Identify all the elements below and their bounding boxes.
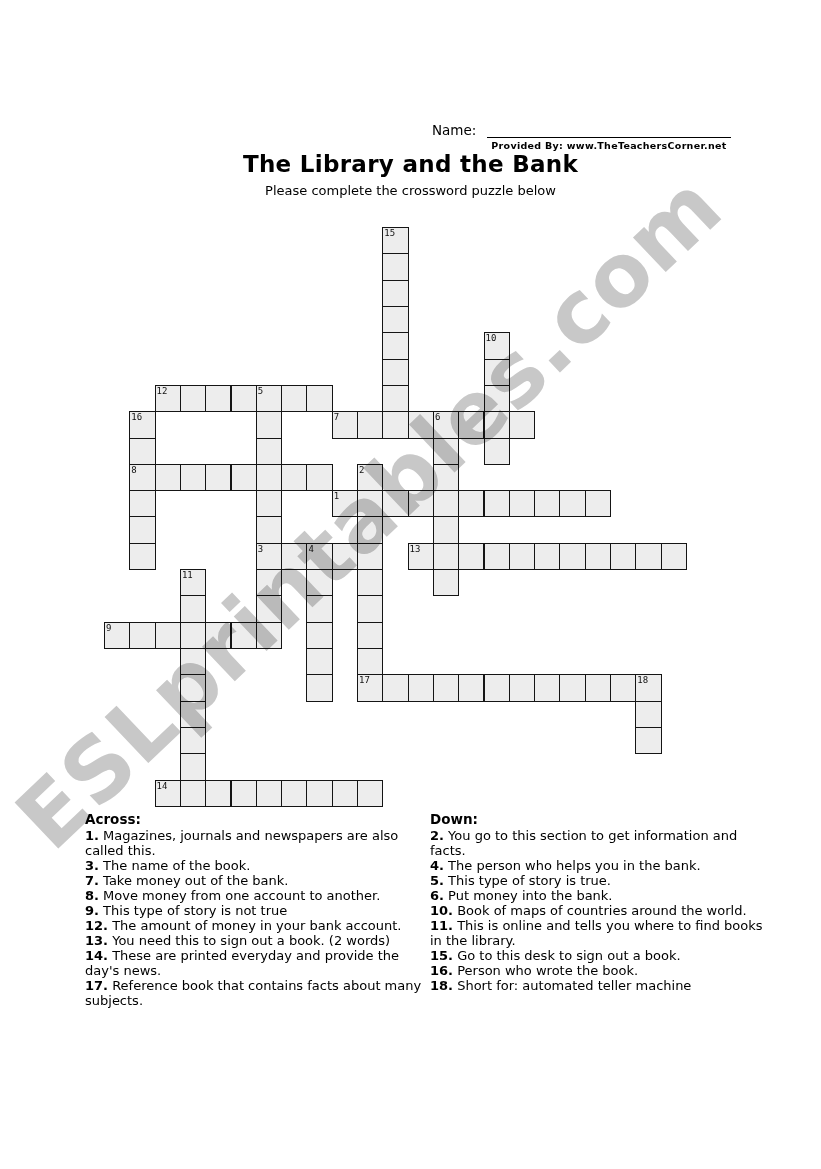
grid-cell[interactable]: [585, 543, 611, 570]
grid-cell[interactable]: [357, 648, 383, 675]
grid-cell[interactable]: [306, 648, 332, 675]
grid-cell[interactable]: [180, 595, 206, 622]
cell-number: 8: [131, 465, 136, 475]
grid-cell[interactable]: [484, 490, 510, 517]
grid-cell[interactable]: [509, 490, 535, 517]
grid-cell[interactable]: [382, 359, 408, 386]
cell-number: 6: [435, 412, 440, 422]
grid-cell[interactable]: [306, 622, 332, 649]
cell-number: 16: [131, 412, 142, 422]
grid-cell[interactable]: [509, 674, 535, 701]
grid-cell[interactable]: [256, 780, 282, 807]
grid-cell[interactable]: 11: [180, 569, 206, 596]
grid-cell[interactable]: 12: [155, 385, 181, 412]
grid-cell[interactable]: [635, 701, 661, 728]
down-clue-list: 2. You go to this section to get informa…: [430, 828, 768, 993]
grid-cell[interactable]: 4: [306, 543, 332, 570]
grid-cell[interactable]: [484, 359, 510, 386]
cell-number: 17: [359, 675, 370, 685]
cell-number: 10: [486, 333, 497, 343]
grid-cell[interactable]: [534, 674, 560, 701]
grid-cell[interactable]: [484, 543, 510, 570]
grid-cell[interactable]: [129, 490, 155, 517]
grid-cell[interactable]: [180, 648, 206, 675]
grid-cell[interactable]: [281, 385, 307, 412]
page-subtitle: Please complete the crossword puzzle bel…: [0, 183, 821, 198]
grid-cell[interactable]: [534, 543, 560, 570]
grid-cell[interactable]: [205, 464, 231, 491]
grid-cell[interactable]: [408, 490, 434, 517]
grid-cell[interactable]: [433, 516, 459, 543]
down-clue: 11. This is online and tells you where t…: [430, 918, 768, 948]
across-clue: 1. Magazines, journals and newspapers ar…: [85, 828, 437, 858]
across-clue-list: 1. Magazines, journals and newspapers ar…: [85, 828, 437, 1008]
cell-number: 5: [258, 386, 263, 396]
grid-cell[interactable]: [256, 490, 282, 517]
across-clue: 12. The amount of money in your bank acc…: [85, 918, 437, 933]
provided-by: Provided By: www.TheTeachersCorner.net: [487, 140, 731, 151]
cell-number: 12: [157, 386, 168, 396]
down-clue: 4. The person who helps you in the bank.: [430, 858, 768, 873]
grid-cell[interactable]: [635, 543, 661, 570]
grid-cell[interactable]: [382, 385, 408, 412]
grid-cell[interactable]: 7: [332, 411, 358, 438]
across-clue: 3. The name of the book.: [85, 858, 437, 873]
grid-cell[interactable]: [205, 780, 231, 807]
grid-cell[interactable]: [382, 332, 408, 359]
cell-number: 9: [106, 623, 111, 633]
grid-cell[interactable]: [231, 780, 257, 807]
grid-cell[interactable]: [129, 543, 155, 570]
grid-cell[interactable]: [155, 464, 181, 491]
grid-cell[interactable]: 16: [129, 411, 155, 438]
grid-cell[interactable]: [484, 438, 510, 465]
grid-cell[interactable]: [332, 780, 358, 807]
grid-cell[interactable]: [382, 306, 408, 333]
cell-number: 14: [157, 781, 168, 791]
grid-cell[interactable]: [180, 622, 206, 649]
grid-cell[interactable]: [559, 674, 585, 701]
grid-cell[interactable]: 6: [433, 411, 459, 438]
grid-cell[interactable]: [408, 674, 434, 701]
grid-cell[interactable]: [281, 543, 307, 570]
grid-cell[interactable]: [585, 490, 611, 517]
grid-cell[interactable]: [332, 543, 358, 570]
grid-cell[interactable]: [433, 543, 459, 570]
cell-number: 13: [410, 544, 421, 554]
grid-cell[interactable]: 17: [357, 674, 383, 701]
grid-cell[interactable]: [559, 543, 585, 570]
grid-cell[interactable]: [180, 701, 206, 728]
across-clue: 8. Move money from one account to anothe…: [85, 888, 437, 903]
grid-cell[interactable]: [357, 780, 383, 807]
grid-cell[interactable]: [256, 464, 282, 491]
grid-cell[interactable]: [205, 622, 231, 649]
grid-cell[interactable]: [408, 411, 434, 438]
grid-cell[interactable]: [458, 674, 484, 701]
grid-cell[interactable]: [281, 780, 307, 807]
grid-cell[interactable]: 1: [332, 490, 358, 517]
grid-cell[interactable]: [534, 490, 560, 517]
grid-cell[interactable]: 10: [484, 332, 510, 359]
grid-cell[interactable]: [306, 780, 332, 807]
grid-cell[interactable]: [256, 622, 282, 649]
grid-cell[interactable]: [306, 569, 332, 596]
grid-cell[interactable]: [433, 674, 459, 701]
grid-cell[interactable]: [129, 438, 155, 465]
grid-cell[interactable]: [585, 674, 611, 701]
grid-cell[interactable]: [610, 674, 636, 701]
grid-cell[interactable]: [180, 674, 206, 701]
cell-number: 11: [182, 570, 193, 580]
grid-cell[interactable]: [129, 516, 155, 543]
grid-cell[interactable]: [509, 543, 535, 570]
down-heading: Down:: [430, 812, 768, 827]
across-clue: 7. Take money out of the bank.: [85, 873, 437, 888]
grid-cell[interactable]: [382, 490, 408, 517]
cell-number: 18: [637, 675, 648, 685]
grid-cell[interactable]: [382, 280, 408, 307]
grid-cell[interactable]: [231, 464, 257, 491]
grid-cell[interactable]: [256, 595, 282, 622]
grid-cell[interactable]: [458, 490, 484, 517]
across-clue: 14. These are printed everyday and provi…: [85, 948, 437, 978]
grid-cell[interactable]: [458, 411, 484, 438]
cell-number: 15: [384, 228, 395, 238]
grid-cell[interactable]: [180, 727, 206, 754]
grid-cell[interactable]: [180, 753, 206, 780]
down-clue: 5. This type of story is true.: [430, 873, 768, 888]
grid-cell[interactable]: [357, 595, 383, 622]
grid-cell[interactable]: [458, 543, 484, 570]
grid-cell[interactable]: [129, 622, 155, 649]
grid-cell[interactable]: [231, 385, 257, 412]
grid-cell[interactable]: [484, 411, 510, 438]
grid-cell[interactable]: [306, 595, 332, 622]
grid-cell[interactable]: 3: [256, 543, 282, 570]
grid-cell[interactable]: [357, 516, 383, 543]
across-clues-section: Across: 1. Magazines, journals and newsp…: [85, 812, 437, 1008]
grid-cell[interactable]: 5: [256, 385, 282, 412]
grid-cell[interactable]: [357, 569, 383, 596]
down-clue: 16. Person who wrote the book.: [430, 963, 768, 978]
cell-number: 4: [308, 544, 313, 554]
grid-cell[interactable]: [433, 569, 459, 596]
grid-cell[interactable]: [509, 411, 535, 438]
grid-cell[interactable]: [484, 385, 510, 412]
grid-cell[interactable]: 13: [408, 543, 434, 570]
grid-cell[interactable]: [180, 464, 206, 491]
grid-cell[interactable]: [635, 727, 661, 754]
grid-cell[interactable]: [306, 464, 332, 491]
grid-cell[interactable]: [433, 438, 459, 465]
page-title: The Library and the Bank: [0, 151, 821, 177]
cell-number: 1: [334, 491, 339, 501]
across-heading: Across:: [85, 812, 437, 827]
grid-cell[interactable]: [433, 464, 459, 491]
grid-cell[interactable]: [357, 411, 383, 438]
grid-cell[interactable]: [382, 674, 408, 701]
grid-cell[interactable]: [256, 411, 282, 438]
grid-cell[interactable]: [155, 622, 181, 649]
across-clue: 9. This type of story is not true: [85, 903, 437, 918]
cell-number: 2: [359, 465, 364, 475]
grid-cell[interactable]: [382, 411, 408, 438]
grid-cell[interactable]: 15: [382, 227, 408, 254]
grid-cell[interactable]: [357, 490, 383, 517]
grid-cell[interactable]: [180, 385, 206, 412]
grid-cell[interactable]: 18: [635, 674, 661, 701]
grid-cell[interactable]: [256, 516, 282, 543]
grid-cell[interactable]: 9: [104, 622, 130, 649]
down-clue: 2. You go to this section to get informa…: [430, 828, 768, 858]
down-clue: 10. Book of maps of countries around the…: [430, 903, 768, 918]
grid-cell[interactable]: [433, 490, 459, 517]
down-clue: 6. Put money into the bank.: [430, 888, 768, 903]
cell-number: 3: [258, 544, 263, 554]
grid-cell[interactable]: 14: [155, 780, 181, 807]
across-clue: 17. Reference book that contains facts a…: [85, 978, 437, 1008]
name-label: Name:: [432, 122, 476, 138]
grid-cell[interactable]: [205, 385, 231, 412]
grid-cell[interactable]: [281, 464, 307, 491]
crossword-grid: 151012516768213413119171814: [104, 227, 688, 808]
down-clue: 15. Go to this desk to sign out a book.: [430, 948, 768, 963]
grid-cell[interactable]: [382, 253, 408, 280]
across-clue: 13. You need this to sign out a book. (2…: [85, 933, 437, 948]
grid-cell[interactable]: [661, 543, 687, 570]
grid-cell[interactable]: 2: [357, 464, 383, 491]
grid-cell[interactable]: 8: [129, 464, 155, 491]
down-clue: 18. Short for: automated teller machine: [430, 978, 768, 993]
grid-cell[interactable]: [484, 674, 510, 701]
cell-number: 7: [334, 412, 339, 422]
grid-cell[interactable]: [256, 569, 282, 596]
grid-cell[interactable]: [610, 543, 636, 570]
grid-cell[interactable]: [559, 490, 585, 517]
grid-cell[interactable]: [306, 674, 332, 701]
grid-cell[interactable]: [256, 438, 282, 465]
down-clues-section: Down: 2. You go to this section to get i…: [430, 812, 768, 993]
worksheet-page: { "header": { "name_label": "Name:", "pr…: [0, 0, 821, 1169]
grid-cell[interactable]: [306, 385, 332, 412]
grid-cell[interactable]: [357, 543, 383, 570]
grid-cell[interactable]: [180, 780, 206, 807]
grid-cell[interactable]: [357, 622, 383, 649]
name-blank-line: [487, 116, 731, 138]
grid-cell[interactable]: [231, 622, 257, 649]
